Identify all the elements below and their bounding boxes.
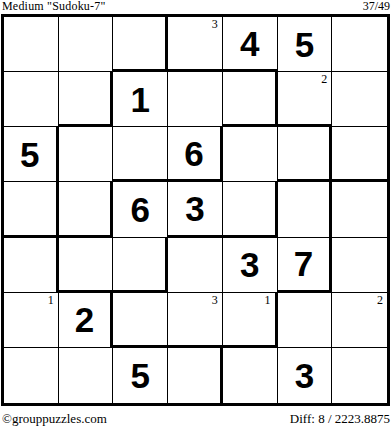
cell-r5c1-region6[interactable]: 2 (59, 293, 114, 348)
puzzle-page: Medium "Sudoku-7" 37/49 3451256633712312… (0, 0, 391, 426)
cell-r6c2-region6[interactable]: 5 (113, 348, 168, 403)
pencil-mark: 3 (212, 18, 218, 30)
cell-r1c4-region3[interactable] (223, 72, 278, 127)
cell-r3c4-region4[interactable] (223, 182, 278, 237)
pencil-mark: 1 (48, 294, 54, 306)
cell-r0c4-region2[interactable]: 4 (223, 17, 278, 72)
cell-r6c0-region6[interactable] (4, 348, 59, 403)
cell-r5c2-region5[interactable] (113, 293, 168, 348)
cell-r6c3-region6[interactable] (168, 348, 223, 403)
cell-r4c4-region5[interactable]: 3 (223, 238, 278, 293)
cell-r1c3-region3[interactable] (168, 72, 223, 127)
cell-r4c6-region7[interactable] (332, 238, 387, 293)
cell-r6c6-region7[interactable] (332, 348, 387, 403)
header: Medium "Sudoku-7" 37/49 (0, 0, 391, 14)
pencil-mark: 2 (321, 73, 327, 85)
progress-counter: 37/49 (363, 0, 391, 13)
cell-r2c0-region1[interactable]: 5 (4, 127, 59, 182)
cell-value: 3 (185, 191, 204, 226)
cell-value: 5 (20, 137, 39, 172)
page-title: Medium "Sudoku-7" (0, 0, 106, 13)
cell-r0c5-region2[interactable]: 5 (278, 17, 333, 72)
cell-r6c5-region7[interactable]: 3 (278, 348, 333, 403)
difficulty-text: Diff: 8 / 2223.8875 (290, 411, 391, 426)
cell-r3c1-region3[interactable] (59, 182, 114, 237)
cell-r5c5-region7[interactable] (278, 293, 333, 348)
cell-r2c1-region3[interactable] (59, 127, 114, 182)
cell-r6c1-region6[interactable] (59, 348, 114, 403)
cell-value: 6 (131, 192, 150, 227)
pencil-mark: 3 (212, 294, 218, 306)
cell-value: 1 (131, 82, 150, 117)
cell-r2c2-region3[interactable] (113, 127, 168, 182)
cell-value: 7 (294, 246, 313, 281)
cell-value: 3 (240, 247, 259, 282)
cell-value: 5 (295, 27, 314, 62)
cell-r2c6-region2[interactable] (332, 127, 387, 182)
cell-r3c3-region4[interactable]: 3 (168, 182, 223, 237)
cell-r1c1-region1[interactable] (59, 72, 114, 127)
cell-value: 5 (131, 358, 150, 393)
cell-r4c0-region6[interactable] (4, 238, 59, 293)
cell-r4c3-region5[interactable] (168, 238, 223, 293)
cell-r1c5-region2[interactable]: 2 (278, 72, 333, 127)
cell-r5c0-region6[interactable]: 1 (4, 293, 59, 348)
cell-r3c6-region7[interactable] (332, 182, 387, 237)
cell-r5c4-region5[interactable]: 1 (223, 293, 278, 348)
cell-r5c6-region7[interactable]: 2 (332, 293, 387, 348)
cell-r4c1-region4[interactable] (59, 238, 114, 293)
copyright-text: ©grouppuzzles.com (0, 411, 107, 426)
cell-r3c5-region5[interactable] (278, 182, 333, 237)
cell-r2c3-region3[interactable]: 6 (168, 127, 223, 182)
cell-value: 3 (295, 358, 314, 393)
cell-value: 2 (75, 302, 94, 337)
cell-r3c2-region4[interactable]: 6 (113, 182, 168, 237)
sudoku-board: 345125663371231253 (1, 14, 390, 406)
cell-r0c6-region2[interactable] (332, 17, 387, 72)
cell-r5c3-region5[interactable]: 3 (168, 293, 223, 348)
cell-r1c6-region2[interactable] (332, 72, 387, 127)
cell-value: 4 (240, 26, 259, 61)
cell-r2c4-region4[interactable] (223, 127, 278, 182)
cell-value: 6 (184, 136, 203, 171)
cell-r0c2-region1[interactable] (113, 17, 168, 72)
cell-r2c5-region4[interactable] (278, 127, 333, 182)
pencil-mark: 2 (377, 294, 383, 306)
cell-r6c4-region7[interactable] (223, 348, 278, 403)
cell-r0c1-region1[interactable] (59, 17, 114, 72)
cell-r1c2-region3[interactable]: 1 (113, 72, 168, 127)
footer: ©grouppuzzles.com Diff: 8 / 2223.8875 (0, 408, 391, 426)
cell-r4c2-region4[interactable] (113, 238, 168, 293)
pencil-mark: 1 (265, 294, 271, 306)
cell-r0c3-region2[interactable]: 3 (168, 17, 223, 72)
cell-r4c5-region5[interactable]: 7 (278, 238, 333, 293)
cell-r0c0-region1[interactable] (4, 17, 59, 72)
cell-r3c0-region1[interactable] (4, 182, 59, 237)
cell-r1c0-region1[interactable] (4, 72, 59, 127)
